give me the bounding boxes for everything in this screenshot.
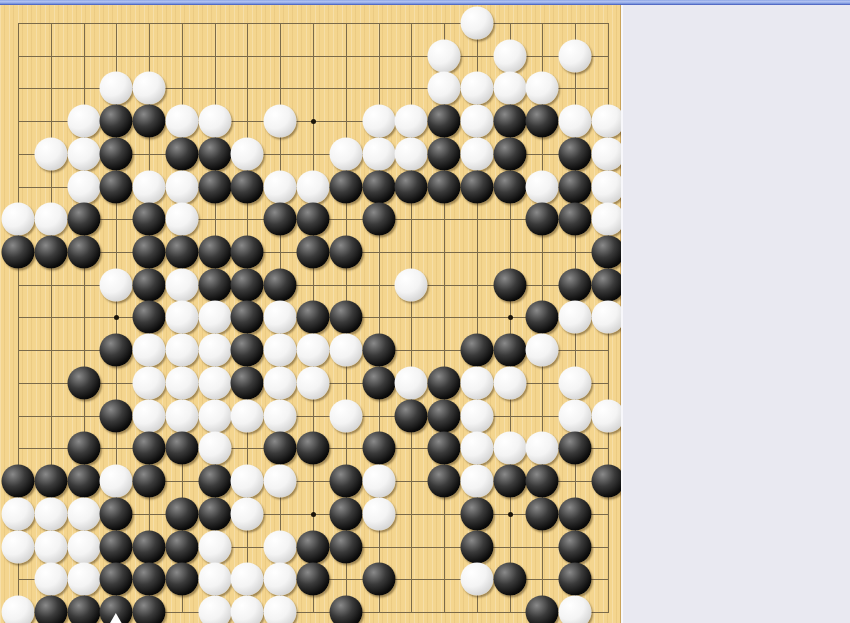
white-stone	[100, 72, 133, 105]
white-stone	[165, 334, 198, 367]
black-stone	[133, 563, 166, 596]
white-stone	[592, 301, 625, 334]
white-stone	[34, 203, 67, 236]
app-window	[0, 0, 850, 623]
white-stone	[526, 170, 559, 203]
white-stone	[264, 301, 297, 334]
white-stone	[198, 595, 231, 623]
black-stone	[100, 563, 133, 596]
black-stone	[428, 366, 461, 399]
white-stone	[493, 366, 526, 399]
white-stone	[264, 399, 297, 432]
white-stone	[2, 497, 35, 530]
black-stone	[329, 236, 362, 269]
black-stone	[297, 432, 330, 465]
black-stone	[198, 497, 231, 530]
black-stone	[2, 465, 35, 498]
black-stone	[362, 203, 395, 236]
white-stone	[559, 595, 592, 623]
side-panel	[621, 5, 850, 623]
black-stone	[34, 595, 67, 623]
black-stone	[493, 563, 526, 596]
white-stone	[198, 432, 231, 465]
black-stone	[526, 203, 559, 236]
white-stone	[264, 530, 297, 563]
white-stone	[231, 465, 264, 498]
black-stone	[526, 105, 559, 138]
white-stone	[460, 563, 493, 596]
black-stone	[2, 236, 35, 269]
white-stone	[67, 530, 100, 563]
white-stone	[493, 432, 526, 465]
white-stone	[133, 399, 166, 432]
black-stone	[526, 301, 559, 334]
white-stone	[297, 334, 330, 367]
white-stone	[34, 497, 67, 530]
white-stone	[100, 268, 133, 301]
white-stone	[460, 465, 493, 498]
white-stone	[460, 105, 493, 138]
black-stone	[100, 105, 133, 138]
black-stone	[231, 301, 264, 334]
white-stone	[264, 563, 297, 596]
black-stone	[67, 595, 100, 623]
white-stone	[198, 399, 231, 432]
white-stone	[264, 105, 297, 138]
white-stone	[198, 301, 231, 334]
white-stone	[67, 497, 100, 530]
black-stone	[264, 203, 297, 236]
black-stone	[362, 334, 395, 367]
black-stone	[362, 432, 395, 465]
white-stone	[198, 105, 231, 138]
black-stone	[460, 497, 493, 530]
black-stone	[100, 399, 133, 432]
white-stone	[231, 595, 264, 623]
black-stone	[297, 236, 330, 269]
black-stone	[329, 497, 362, 530]
white-stone	[592, 170, 625, 203]
black-stone	[264, 432, 297, 465]
black-stone	[428, 170, 461, 203]
white-stone	[67, 105, 100, 138]
white-stone	[231, 137, 264, 170]
white-stone	[34, 563, 67, 596]
black-stone	[67, 203, 100, 236]
black-stone	[231, 236, 264, 269]
black-stone	[493, 268, 526, 301]
black-stone	[460, 334, 493, 367]
white-stone	[2, 595, 35, 623]
black-stone	[592, 268, 625, 301]
white-stone	[362, 465, 395, 498]
white-stone	[559, 366, 592, 399]
white-stone	[165, 268, 198, 301]
white-stone	[133, 366, 166, 399]
black-stone	[559, 563, 592, 596]
black-stone	[297, 203, 330, 236]
white-stone	[526, 334, 559, 367]
black-stone	[592, 236, 625, 269]
white-stone	[460, 399, 493, 432]
white-stone	[460, 72, 493, 105]
black-stone	[133, 432, 166, 465]
black-stone	[329, 530, 362, 563]
black-stone	[559, 203, 592, 236]
black-stone	[592, 465, 625, 498]
black-stone	[329, 170, 362, 203]
black-stone	[493, 105, 526, 138]
black-stone	[428, 465, 461, 498]
black-stone	[165, 236, 198, 269]
black-stone	[198, 465, 231, 498]
black-stone	[559, 137, 592, 170]
black-stone	[67, 366, 100, 399]
black-stone	[559, 268, 592, 301]
black-stone	[100, 530, 133, 563]
black-stone	[67, 432, 100, 465]
white-stone	[67, 137, 100, 170]
white-stone	[133, 72, 166, 105]
black-stone	[297, 530, 330, 563]
black-stone	[428, 432, 461, 465]
black-stone	[198, 268, 231, 301]
black-stone	[493, 465, 526, 498]
black-stone	[133, 236, 166, 269]
black-stone	[100, 497, 133, 530]
white-stone	[297, 170, 330, 203]
black-stone	[198, 236, 231, 269]
black-stone	[362, 170, 395, 203]
white-stone	[2, 203, 35, 236]
white-stone	[493, 39, 526, 72]
white-stone	[264, 465, 297, 498]
white-stone	[559, 399, 592, 432]
white-stone	[67, 563, 100, 596]
black-stone	[165, 530, 198, 563]
white-stone	[264, 595, 297, 623]
black-stone	[133, 268, 166, 301]
white-stone	[526, 432, 559, 465]
black-stone	[559, 432, 592, 465]
white-stone	[165, 170, 198, 203]
white-stone	[460, 432, 493, 465]
black-stone	[362, 563, 395, 596]
white-stone	[395, 366, 428, 399]
black-stone	[559, 170, 592, 203]
black-stone	[133, 530, 166, 563]
black-stone	[362, 366, 395, 399]
black-stone	[231, 366, 264, 399]
white-stone	[559, 105, 592, 138]
black-stone	[493, 137, 526, 170]
black-stone	[428, 399, 461, 432]
black-stone	[100, 137, 133, 170]
white-stone	[231, 399, 264, 432]
white-stone	[133, 170, 166, 203]
white-stone	[395, 268, 428, 301]
white-stone	[592, 137, 625, 170]
black-stone	[100, 170, 133, 203]
black-stone	[329, 465, 362, 498]
black-stone	[133, 301, 166, 334]
black-stone	[460, 170, 493, 203]
black-stone	[395, 399, 428, 432]
black-stone	[297, 563, 330, 596]
white-stone	[493, 72, 526, 105]
black-stone	[460, 530, 493, 563]
white-stone	[264, 366, 297, 399]
white-stone	[165, 301, 198, 334]
white-stone	[559, 301, 592, 334]
black-stone	[133, 203, 166, 236]
white-stone	[592, 203, 625, 236]
black-stone	[67, 465, 100, 498]
white-stone	[329, 334, 362, 367]
white-stone	[592, 399, 625, 432]
white-stone	[428, 39, 461, 72]
star-point	[311, 512, 316, 517]
star-point	[114, 315, 119, 320]
white-stone	[2, 530, 35, 563]
white-stone	[198, 366, 231, 399]
black-stone	[133, 105, 166, 138]
white-stone	[100, 465, 133, 498]
white-stone	[198, 530, 231, 563]
white-stone	[592, 105, 625, 138]
white-stone	[395, 105, 428, 138]
white-stone	[34, 530, 67, 563]
black-stone	[133, 595, 166, 623]
black-stone	[67, 236, 100, 269]
white-stone	[34, 137, 67, 170]
black-stone	[493, 334, 526, 367]
black-stone	[526, 497, 559, 530]
white-stone	[198, 334, 231, 367]
black-stone	[100, 334, 133, 367]
black-stone	[395, 170, 428, 203]
white-stone	[133, 334, 166, 367]
white-stone	[329, 137, 362, 170]
black-stone	[165, 563, 198, 596]
white-stone	[165, 105, 198, 138]
white-stone	[231, 563, 264, 596]
black-stone	[526, 465, 559, 498]
white-stone	[231, 497, 264, 530]
black-stone	[297, 301, 330, 334]
black-stone	[133, 465, 166, 498]
white-stone	[165, 203, 198, 236]
white-stone	[329, 399, 362, 432]
white-stone	[428, 72, 461, 105]
black-stone	[231, 334, 264, 367]
white-stone	[559, 39, 592, 72]
black-stone	[329, 301, 362, 334]
black-stone	[493, 170, 526, 203]
black-stone	[329, 595, 362, 623]
black-stone	[34, 236, 67, 269]
white-stone	[460, 7, 493, 40]
star-point	[311, 119, 316, 124]
black-stone	[559, 497, 592, 530]
star-point	[508, 315, 513, 320]
white-stone	[67, 170, 100, 203]
black-stone	[231, 170, 264, 203]
black-stone	[198, 137, 231, 170]
white-stone	[264, 170, 297, 203]
white-stone	[297, 366, 330, 399]
black-stone	[428, 137, 461, 170]
black-stone	[526, 595, 559, 623]
black-stone	[231, 268, 264, 301]
star-point	[508, 512, 513, 517]
black-stone	[165, 137, 198, 170]
white-stone	[165, 366, 198, 399]
white-stone	[395, 137, 428, 170]
white-stone	[460, 366, 493, 399]
white-stone	[526, 72, 559, 105]
white-stone	[165, 399, 198, 432]
white-stone	[264, 334, 297, 367]
white-stone	[362, 137, 395, 170]
white-stone	[362, 497, 395, 530]
black-stone	[34, 465, 67, 498]
white-stone	[460, 137, 493, 170]
white-stone	[198, 563, 231, 596]
white-stone	[362, 105, 395, 138]
black-stone	[559, 530, 592, 563]
black-stone	[198, 170, 231, 203]
black-stone	[165, 432, 198, 465]
black-stone	[428, 105, 461, 138]
black-stone	[165, 497, 198, 530]
goban[interactable]	[0, 5, 621, 623]
black-stone	[264, 268, 297, 301]
